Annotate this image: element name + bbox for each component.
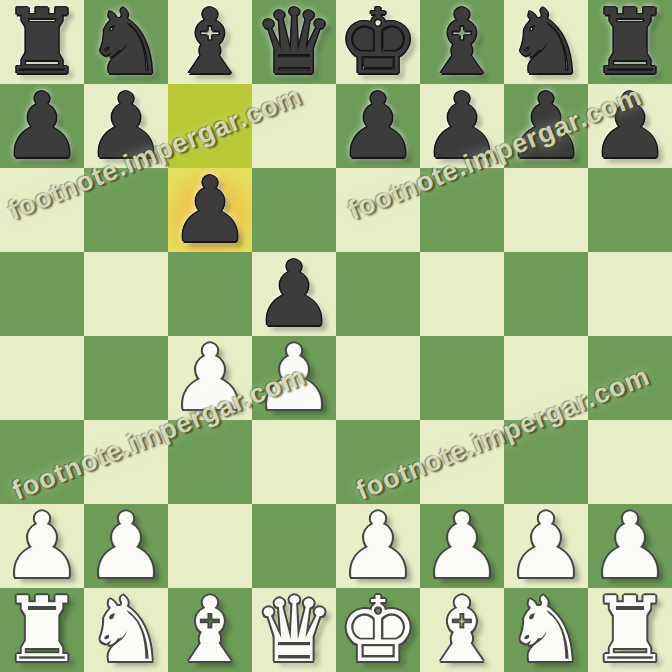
square-a5[interactable] bbox=[0, 252, 84, 336]
square-f1[interactable]: ♝ bbox=[420, 588, 504, 672]
square-e5[interactable] bbox=[336, 252, 420, 336]
black-queen[interactable]: ♛ bbox=[252, 0, 336, 84]
square-e4[interactable] bbox=[336, 336, 420, 420]
square-h5[interactable] bbox=[588, 252, 672, 336]
square-a1[interactable]: ♜ bbox=[0, 588, 84, 672]
square-d2[interactable] bbox=[252, 504, 336, 588]
square-b8[interactable]: ♞ bbox=[84, 0, 168, 84]
square-c5[interactable] bbox=[168, 252, 252, 336]
black-pawn[interactable]: ♟ bbox=[336, 84, 420, 168]
chess-board-wrapper: ♜♞♝♛♚♝♞♜♟♟♟♟♟♟♟♟♟♟♟♟♟♟♟♟♜♞♝♛♚♝♞♜ footnot… bbox=[0, 0, 672, 672]
square-g1[interactable]: ♞ bbox=[504, 588, 588, 672]
black-pawn[interactable]: ♟ bbox=[420, 84, 504, 168]
white-pawn[interactable]: ♟ bbox=[504, 504, 588, 588]
square-c4[interactable]: ♟ bbox=[168, 336, 252, 420]
square-d3[interactable] bbox=[252, 420, 336, 504]
square-b6[interactable] bbox=[84, 168, 168, 252]
square-f5[interactable] bbox=[420, 252, 504, 336]
square-b3[interactable] bbox=[84, 420, 168, 504]
white-pawn[interactable]: ♟ bbox=[336, 504, 420, 588]
square-f2[interactable]: ♟ bbox=[420, 504, 504, 588]
square-e7[interactable]: ♟ bbox=[336, 84, 420, 168]
black-knight[interactable]: ♞ bbox=[84, 0, 168, 84]
black-bishop[interactable]: ♝ bbox=[168, 0, 252, 84]
square-a4[interactable] bbox=[0, 336, 84, 420]
square-e1[interactable]: ♚ bbox=[336, 588, 420, 672]
black-king[interactable]: ♚ bbox=[336, 0, 420, 84]
square-h3[interactable] bbox=[588, 420, 672, 504]
black-pawn[interactable]: ♟ bbox=[252, 252, 336, 336]
chess-board: ♜♞♝♛♚♝♞♜♟♟♟♟♟♟♟♟♟♟♟♟♟♟♟♟♜♞♝♛♚♝♞♜ bbox=[0, 0, 672, 672]
square-g3[interactable] bbox=[504, 420, 588, 504]
black-rook[interactable]: ♜ bbox=[0, 0, 84, 84]
black-knight[interactable]: ♞ bbox=[504, 0, 588, 84]
square-g2[interactable]: ♟ bbox=[504, 504, 588, 588]
square-b7[interactable]: ♟ bbox=[84, 84, 168, 168]
square-e8[interactable]: ♚ bbox=[336, 0, 420, 84]
square-g5[interactable] bbox=[504, 252, 588, 336]
square-f4[interactable] bbox=[420, 336, 504, 420]
white-knight[interactable]: ♞ bbox=[504, 588, 588, 672]
square-c2[interactable] bbox=[168, 504, 252, 588]
white-rook[interactable]: ♜ bbox=[0, 588, 84, 672]
square-g6[interactable] bbox=[504, 168, 588, 252]
white-queen[interactable]: ♛ bbox=[252, 588, 336, 672]
square-h8[interactable]: ♜ bbox=[588, 0, 672, 84]
white-pawn[interactable]: ♟ bbox=[420, 504, 504, 588]
black-pawn[interactable]: ♟ bbox=[504, 84, 588, 168]
square-f7[interactable]: ♟ bbox=[420, 84, 504, 168]
white-bishop[interactable]: ♝ bbox=[168, 588, 252, 672]
square-c6[interactable]: ♟ bbox=[168, 168, 252, 252]
square-h4[interactable] bbox=[588, 336, 672, 420]
white-pawn[interactable]: ♟ bbox=[168, 336, 252, 420]
black-pawn[interactable]: ♟ bbox=[168, 168, 252, 252]
white-knight[interactable]: ♞ bbox=[84, 588, 168, 672]
square-e2[interactable]: ♟ bbox=[336, 504, 420, 588]
white-pawn[interactable]: ♟ bbox=[0, 504, 84, 588]
white-king[interactable]: ♚ bbox=[336, 588, 420, 672]
square-d4[interactable]: ♟ bbox=[252, 336, 336, 420]
square-d6[interactable] bbox=[252, 168, 336, 252]
black-pawn[interactable]: ♟ bbox=[0, 84, 84, 168]
square-b2[interactable]: ♟ bbox=[84, 504, 168, 588]
square-h1[interactable]: ♜ bbox=[588, 588, 672, 672]
white-rook[interactable]: ♜ bbox=[588, 588, 672, 672]
black-pawn[interactable]: ♟ bbox=[84, 84, 168, 168]
black-pawn[interactable]: ♟ bbox=[588, 84, 672, 168]
square-e6[interactable] bbox=[336, 168, 420, 252]
square-h2[interactable]: ♟ bbox=[588, 504, 672, 588]
square-c3[interactable] bbox=[168, 420, 252, 504]
white-bishop[interactable]: ♝ bbox=[420, 588, 504, 672]
black-bishop[interactable]: ♝ bbox=[420, 0, 504, 84]
square-c8[interactable]: ♝ bbox=[168, 0, 252, 84]
square-c7[interactable] bbox=[168, 84, 252, 168]
square-g4[interactable] bbox=[504, 336, 588, 420]
white-pawn[interactable]: ♟ bbox=[252, 336, 336, 420]
square-b4[interactable] bbox=[84, 336, 168, 420]
square-f3[interactable] bbox=[420, 420, 504, 504]
square-b1[interactable]: ♞ bbox=[84, 588, 168, 672]
square-e3[interactable] bbox=[336, 420, 420, 504]
white-pawn[interactable]: ♟ bbox=[588, 504, 672, 588]
white-pawn[interactable]: ♟ bbox=[84, 504, 168, 588]
square-h7[interactable]: ♟ bbox=[588, 84, 672, 168]
square-a8[interactable]: ♜ bbox=[0, 0, 84, 84]
square-h6[interactable] bbox=[588, 168, 672, 252]
square-f6[interactable] bbox=[420, 168, 504, 252]
square-d7[interactable] bbox=[252, 84, 336, 168]
square-d1[interactable]: ♛ bbox=[252, 588, 336, 672]
square-f8[interactable]: ♝ bbox=[420, 0, 504, 84]
square-a7[interactable]: ♟ bbox=[0, 84, 84, 168]
square-a6[interactable] bbox=[0, 168, 84, 252]
square-a2[interactable]: ♟ bbox=[0, 504, 84, 588]
square-a3[interactable] bbox=[0, 420, 84, 504]
black-rook[interactable]: ♜ bbox=[588, 0, 672, 84]
square-g8[interactable]: ♞ bbox=[504, 0, 588, 84]
square-b5[interactable] bbox=[84, 252, 168, 336]
square-g7[interactable]: ♟ bbox=[504, 84, 588, 168]
square-d8[interactable]: ♛ bbox=[252, 0, 336, 84]
square-c1[interactable]: ♝ bbox=[168, 588, 252, 672]
square-d5[interactable]: ♟ bbox=[252, 252, 336, 336]
